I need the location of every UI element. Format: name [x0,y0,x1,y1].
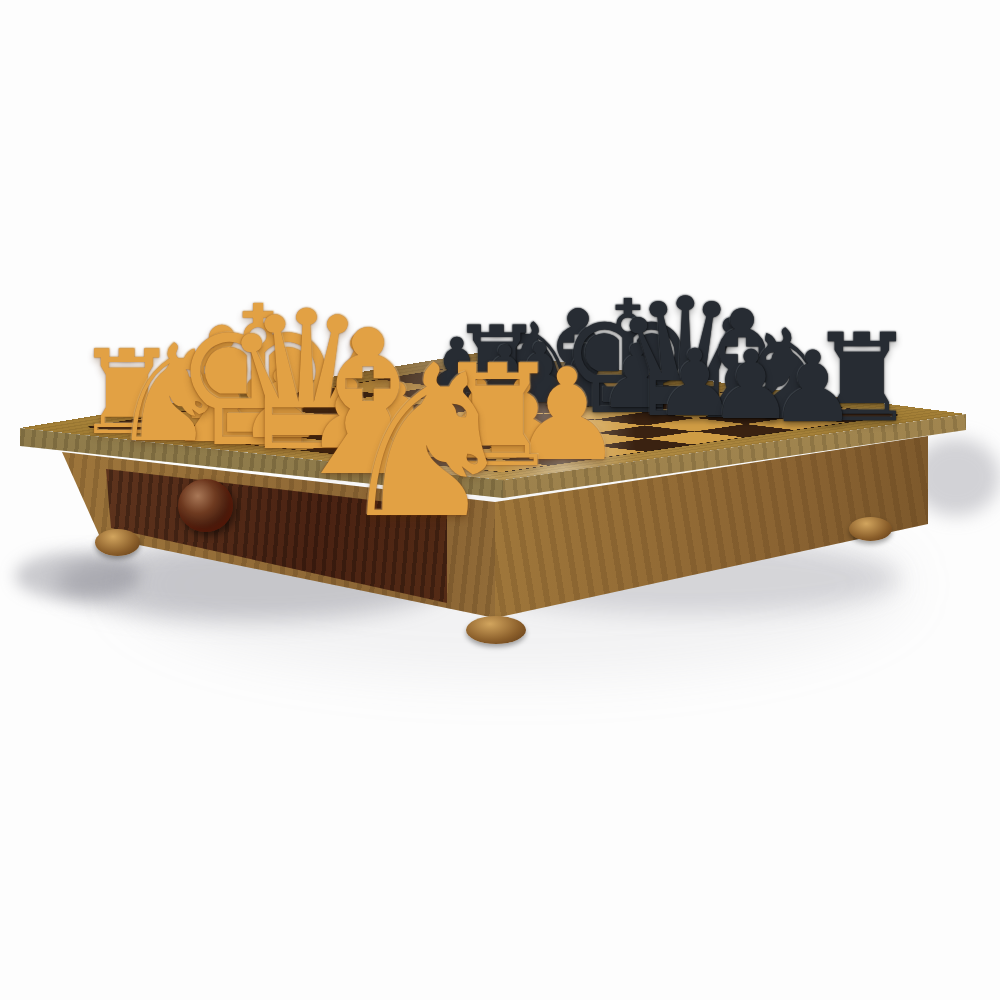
piece-layer: ♞♟♜♝♟♟♟♚♟♛♝♞♟♜♟♟♟♟♜♝♞♚♟♟♛♟♟♟♟♜♝♞ [0,0,1000,1000]
black-pawn[interactable]: ♟ [769,338,857,436]
product-photo-stage: ♞♟♜♝♟♟♟♚♟♛♝♞♟♜♟♟♟♟♜♝♞♚♟♟♛♟♟♟♟♜♝♞ [0,0,1000,1000]
white-knight[interactable]: ♞ [333,338,521,548]
